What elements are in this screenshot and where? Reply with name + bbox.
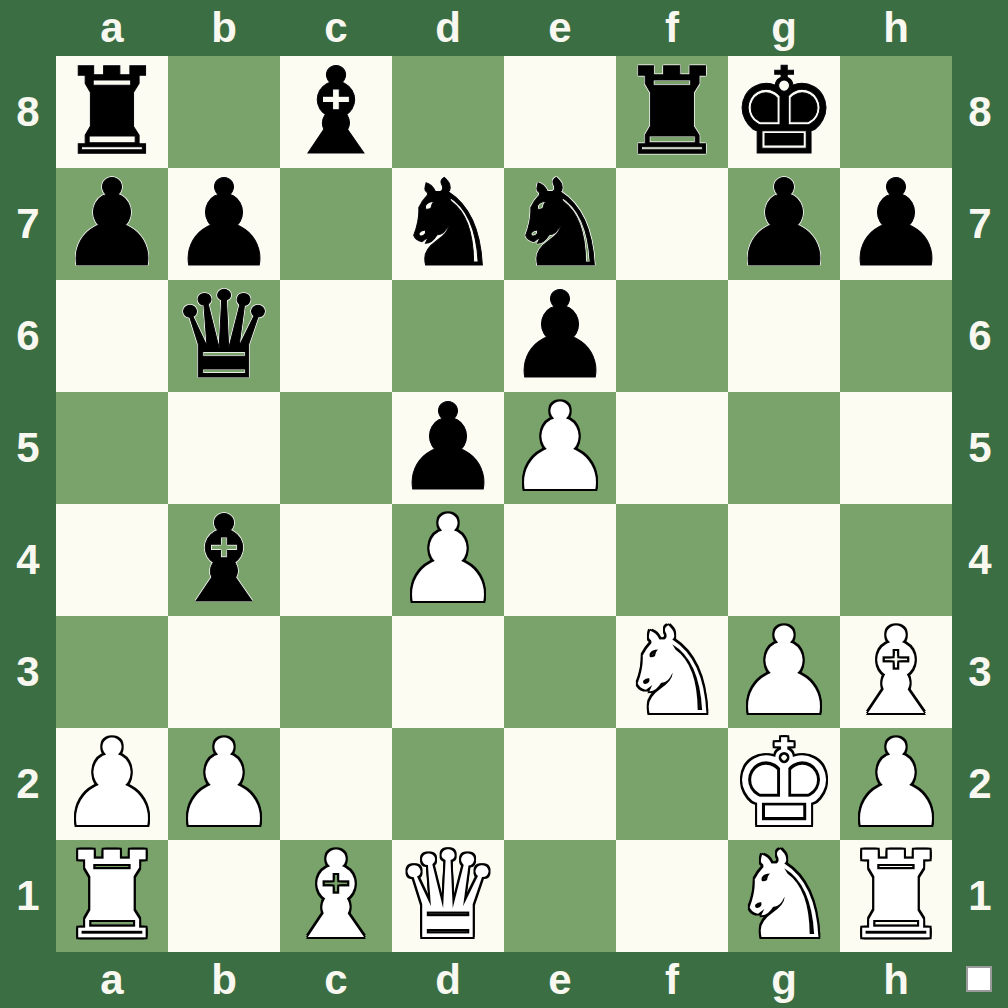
square-e8[interactable] xyxy=(504,56,616,168)
square-a8[interactable]: ♜ xyxy=(56,56,168,168)
square-f4[interactable] xyxy=(616,504,728,616)
rank-label-6: 6 xyxy=(0,280,56,392)
square-c3[interactable] xyxy=(280,616,392,728)
square-f2[interactable] xyxy=(616,728,728,840)
black-queen-b6: ♛ xyxy=(170,276,278,396)
white-queen-d1: ♛ xyxy=(394,836,502,956)
rank-label-5: 5 xyxy=(952,392,1008,504)
square-f5[interactable] xyxy=(616,392,728,504)
square-b4[interactable]: ♝ xyxy=(168,504,280,616)
square-g7[interactable]: ♟ xyxy=(728,168,840,280)
square-b8[interactable] xyxy=(168,56,280,168)
white-rook-h1: ♜ xyxy=(842,836,950,956)
square-h3[interactable]: ♝ xyxy=(840,616,952,728)
rank-label-8: 8 xyxy=(0,56,56,168)
square-a1[interactable]: ♜ xyxy=(56,840,168,952)
square-a6[interactable] xyxy=(56,280,168,392)
square-b6[interactable]: ♛ xyxy=(168,280,280,392)
square-e6[interactable]: ♟ xyxy=(504,280,616,392)
rank-label-8: 8 xyxy=(952,56,1008,168)
rank-labels-right: 87654321 xyxy=(952,56,1008,952)
white-rook-a1: ♜ xyxy=(58,836,166,956)
square-c4[interactable] xyxy=(280,504,392,616)
square-b3[interactable] xyxy=(168,616,280,728)
white-pawn-e5: ♟ xyxy=(506,388,614,508)
square-b5[interactable] xyxy=(168,392,280,504)
black-rook-f8: ♜ xyxy=(618,52,726,172)
square-g2[interactable]: ♚ xyxy=(728,728,840,840)
black-knight-d7: ♞ xyxy=(394,164,502,284)
chess-board: ♜♝♜♚♟♟♞♞♟♟♛♟♟♟♝♟♞♟♝♟♟♚♟♜♝♛♞♜ xyxy=(56,56,952,952)
square-d7[interactable]: ♞ xyxy=(392,168,504,280)
square-d2[interactable] xyxy=(392,728,504,840)
file-label-e: e xyxy=(504,952,616,1008)
square-c6[interactable] xyxy=(280,280,392,392)
black-pawn-a7: ♟ xyxy=(58,164,166,284)
square-a2[interactable]: ♟ xyxy=(56,728,168,840)
rank-label-4: 4 xyxy=(0,504,56,616)
rank-label-6: 6 xyxy=(952,280,1008,392)
square-a7[interactable]: ♟ xyxy=(56,168,168,280)
square-c5[interactable] xyxy=(280,392,392,504)
file-label-f: f xyxy=(616,952,728,1008)
rank-label-3: 3 xyxy=(952,616,1008,728)
square-g6[interactable] xyxy=(728,280,840,392)
file-label-e: e xyxy=(504,0,616,56)
square-f3[interactable]: ♞ xyxy=(616,616,728,728)
square-f6[interactable] xyxy=(616,280,728,392)
square-e4[interactable] xyxy=(504,504,616,616)
square-d3[interactable] xyxy=(392,616,504,728)
square-e2[interactable] xyxy=(504,728,616,840)
square-a4[interactable] xyxy=(56,504,168,616)
white-knight-f3: ♞ xyxy=(618,612,726,732)
rank-label-1: 1 xyxy=(952,840,1008,952)
square-e7[interactable]: ♞ xyxy=(504,168,616,280)
square-e1[interactable] xyxy=(504,840,616,952)
rank-label-1: 1 xyxy=(0,840,56,952)
file-label-h: h xyxy=(840,0,952,56)
square-h5[interactable] xyxy=(840,392,952,504)
black-pawn-g7: ♟ xyxy=(730,164,838,284)
rank-labels-left: 87654321 xyxy=(0,56,56,952)
rank-label-3: 3 xyxy=(0,616,56,728)
square-g5[interactable] xyxy=(728,392,840,504)
file-label-d: d xyxy=(392,0,504,56)
white-bishop-c1: ♝ xyxy=(282,836,390,956)
square-h6[interactable] xyxy=(840,280,952,392)
square-d6[interactable] xyxy=(392,280,504,392)
square-d4[interactable]: ♟ xyxy=(392,504,504,616)
square-h1[interactable]: ♜ xyxy=(840,840,952,952)
square-a5[interactable] xyxy=(56,392,168,504)
square-e3[interactable] xyxy=(504,616,616,728)
black-bishop-c8: ♝ xyxy=(282,52,390,172)
square-h8[interactable] xyxy=(840,56,952,168)
square-a3[interactable] xyxy=(56,616,168,728)
side-to-move-indicator xyxy=(966,966,992,992)
black-pawn-h7: ♟ xyxy=(842,164,950,284)
white-pawn-d4: ♟ xyxy=(394,500,502,620)
square-f8[interactable]: ♜ xyxy=(616,56,728,168)
square-f1[interactable] xyxy=(616,840,728,952)
square-b2[interactable]: ♟ xyxy=(168,728,280,840)
square-c2[interactable] xyxy=(280,728,392,840)
file-label-b: b xyxy=(168,0,280,56)
chess-board-frame: abcdefgh abcdefgh 87654321 87654321 ♜♝♜♚… xyxy=(0,0,1008,1008)
rank-label-7: 7 xyxy=(952,168,1008,280)
rank-label-5: 5 xyxy=(0,392,56,504)
square-h2[interactable]: ♟ xyxy=(840,728,952,840)
square-d8[interactable] xyxy=(392,56,504,168)
square-f7[interactable] xyxy=(616,168,728,280)
white-knight-g1: ♞ xyxy=(730,836,838,956)
square-c8[interactable]: ♝ xyxy=(280,56,392,168)
square-e5[interactable]: ♟ xyxy=(504,392,616,504)
square-h4[interactable] xyxy=(840,504,952,616)
rank-label-4: 4 xyxy=(952,504,1008,616)
square-g3[interactable]: ♟ xyxy=(728,616,840,728)
rank-label-2: 2 xyxy=(0,728,56,840)
black-bishop-b4: ♝ xyxy=(170,500,278,620)
square-g4[interactable] xyxy=(728,504,840,616)
square-d5[interactable]: ♟ xyxy=(392,392,504,504)
square-d1[interactable]: ♛ xyxy=(392,840,504,952)
square-g1[interactable]: ♞ xyxy=(728,840,840,952)
white-pawn-b2: ♟ xyxy=(170,724,278,844)
square-c1[interactable]: ♝ xyxy=(280,840,392,952)
square-b7[interactable]: ♟ xyxy=(168,168,280,280)
rank-label-7: 7 xyxy=(0,168,56,280)
square-h7[interactable]: ♟ xyxy=(840,168,952,280)
square-g8[interactable]: ♚ xyxy=(728,56,840,168)
file-label-b: b xyxy=(168,952,280,1008)
square-b1[interactable] xyxy=(168,840,280,952)
square-c7[interactable] xyxy=(280,168,392,280)
rank-label-2: 2 xyxy=(952,728,1008,840)
